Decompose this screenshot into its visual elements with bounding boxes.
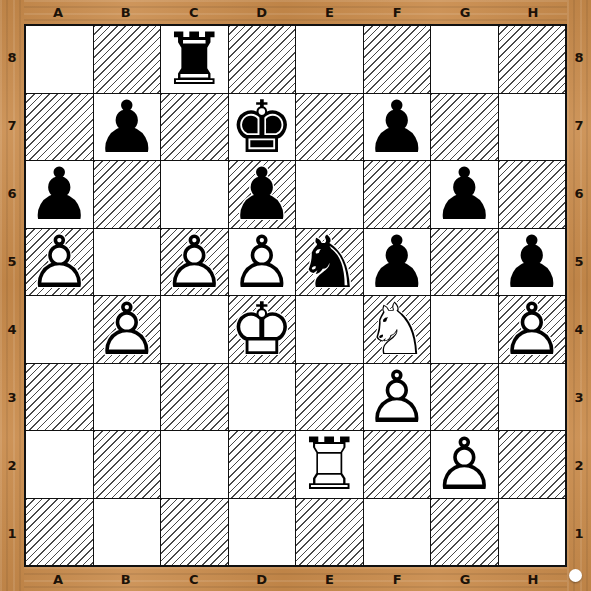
piece-black-pawn-d6[interactable]: ♟ xyxy=(229,161,296,228)
chess-diagram: { "game": "chess", "position": { "fen": … xyxy=(0,0,591,591)
rank-label-left-2: 2 xyxy=(0,431,24,499)
black-knight-glyph: ♞ xyxy=(297,226,362,298)
piece-black-pawn-f5[interactable]: ♟ xyxy=(364,229,431,296)
square-d7[interactable]: ♚ xyxy=(229,94,296,161)
file-label-bottom-g: G xyxy=(431,567,499,591)
square-e7[interactable] xyxy=(296,94,363,161)
file-labels-top: ABCDEFGH xyxy=(24,0,567,24)
piece-black-pawn-b7[interactable]: ♟ xyxy=(94,94,161,161)
square-a6[interactable]: ♟ xyxy=(26,161,93,228)
square-d3[interactable] xyxy=(229,364,296,431)
rank-label-right-1: 1 xyxy=(567,499,591,567)
rank-label-right-3: 3 xyxy=(567,363,591,431)
square-c7[interactable] xyxy=(161,94,228,161)
square-d2[interactable] xyxy=(229,431,296,498)
square-f8[interactable] xyxy=(364,26,431,93)
white-pawn-glyph: ♙ xyxy=(499,293,564,365)
square-e4[interactable] xyxy=(296,296,363,363)
rank-label-right-7: 7 xyxy=(567,92,591,160)
square-h3[interactable] xyxy=(499,364,566,431)
square-g6[interactable]: ♟ xyxy=(431,161,498,228)
square-h1[interactable] xyxy=(499,499,566,566)
file-labels-bottom: ABCDEFGH xyxy=(24,567,567,591)
square-b1[interactable] xyxy=(94,499,161,566)
square-a7[interactable] xyxy=(26,94,93,161)
file-label-top-f: F xyxy=(363,0,431,24)
rank-labels-left: 87654321 xyxy=(0,24,24,567)
square-e1[interactable] xyxy=(296,499,363,566)
square-g5[interactable] xyxy=(431,229,498,296)
square-b6[interactable] xyxy=(94,161,161,228)
black-pawn-glyph: ♟ xyxy=(364,91,429,163)
square-g7[interactable] xyxy=(431,94,498,161)
square-a3[interactable] xyxy=(26,364,93,431)
square-f5[interactable]: ♟ xyxy=(364,229,431,296)
square-a4[interactable] xyxy=(26,296,93,363)
rank-label-left-5: 5 xyxy=(0,228,24,296)
file-label-top-h: H xyxy=(499,0,567,24)
white-pawn-glyph: ♙ xyxy=(364,361,429,433)
black-rook-glyph: ♜ xyxy=(162,23,227,95)
chess-board: ♜♟♚♟♟♟♟♟♙♟♙♟♙♞♟♟♟♙♚♔♞♘♟♙♟♙♜♖♟♙ xyxy=(24,24,567,567)
square-e6[interactable] xyxy=(296,161,363,228)
square-g3[interactable] xyxy=(431,364,498,431)
piece-black-pawn-a6[interactable]: ♟ xyxy=(26,161,93,228)
square-g2[interactable]: ♟♙ xyxy=(431,431,498,498)
square-b2[interactable] xyxy=(94,431,161,498)
square-f4[interactable]: ♞♘ xyxy=(364,296,431,363)
square-b5[interactable] xyxy=(94,229,161,296)
piece-white-pawn-a5[interactable]: ♟♙ xyxy=(26,229,93,296)
rank-label-right-6: 6 xyxy=(567,160,591,228)
square-g4[interactable] xyxy=(431,296,498,363)
square-f6[interactable] xyxy=(364,161,431,228)
square-c1[interactable] xyxy=(161,499,228,566)
rank-label-right-4: 4 xyxy=(567,296,591,364)
square-h8[interactable] xyxy=(499,26,566,93)
piece-white-king-d4[interactable]: ♚♔ xyxy=(229,296,296,363)
square-b4[interactable]: ♟♙ xyxy=(94,296,161,363)
piece-black-pawn-f7[interactable]: ♟ xyxy=(364,94,431,161)
file-label-bottom-c: C xyxy=(160,567,228,591)
white-to-move-indicator-dot xyxy=(569,569,582,582)
square-d4[interactable]: ♚♔ xyxy=(229,296,296,363)
square-d1[interactable] xyxy=(229,499,296,566)
square-h7[interactable] xyxy=(499,94,566,161)
file-label-top-c: C xyxy=(160,0,228,24)
square-c4[interactable] xyxy=(161,296,228,363)
square-b8[interactable] xyxy=(94,26,161,93)
piece-white-pawn-c5[interactable]: ♟♙ xyxy=(161,229,228,296)
square-e2[interactable]: ♜♖ xyxy=(296,431,363,498)
file-label-bottom-d: D xyxy=(228,567,296,591)
square-c6[interactable] xyxy=(161,161,228,228)
rank-label-left-6: 6 xyxy=(0,160,24,228)
piece-black-pawn-g6[interactable]: ♟ xyxy=(431,161,498,228)
file-label-bottom-f: F xyxy=(363,567,431,591)
piece-white-pawn-d5[interactable]: ♟♙ xyxy=(229,229,296,296)
white-king-glyph: ♔ xyxy=(229,293,294,365)
file-label-bottom-a: A xyxy=(24,567,92,591)
square-b3[interactable] xyxy=(94,364,161,431)
file-label-top-d: D xyxy=(228,0,296,24)
square-e3[interactable] xyxy=(296,364,363,431)
black-pawn-glyph: ♟ xyxy=(94,91,159,163)
rank-label-left-1: 1 xyxy=(0,499,24,567)
white-pawn-glyph: ♙ xyxy=(432,428,497,500)
square-d8[interactable] xyxy=(229,26,296,93)
square-c3[interactable] xyxy=(161,364,228,431)
piece-black-king-d7[interactable]: ♚ xyxy=(229,94,296,161)
rank-label-left-7: 7 xyxy=(0,92,24,160)
piece-white-rook-e2[interactable]: ♜♖ xyxy=(296,431,363,498)
square-d5[interactable]: ♟♙ xyxy=(229,229,296,296)
file-label-bottom-b: B xyxy=(92,567,160,591)
rank-label-left-3: 3 xyxy=(0,363,24,431)
piece-white-pawn-g2[interactable]: ♟♙ xyxy=(431,431,498,498)
square-h6[interactable] xyxy=(499,161,566,228)
white-pawn-glyph: ♙ xyxy=(27,226,92,298)
file-label-top-a: A xyxy=(24,0,92,24)
rank-label-left-4: 4 xyxy=(0,296,24,364)
square-f1[interactable] xyxy=(364,499,431,566)
square-h5[interactable]: ♟ xyxy=(499,229,566,296)
square-c2[interactable] xyxy=(161,431,228,498)
square-g8[interactable] xyxy=(431,26,498,93)
square-g1[interactable] xyxy=(431,499,498,566)
rank-labels-right: 87654321 xyxy=(567,24,591,567)
rank-label-right-2: 2 xyxy=(567,431,591,499)
square-a5[interactable]: ♟♙ xyxy=(26,229,93,296)
square-c5[interactable]: ♟♙ xyxy=(161,229,228,296)
piece-white-knight-f4[interactable]: ♞♘ xyxy=(364,296,431,363)
file-label-bottom-e: E xyxy=(296,567,364,591)
piece-white-pawn-b4[interactable]: ♟♙ xyxy=(94,296,161,363)
square-f3[interactable]: ♟♙ xyxy=(364,364,431,431)
white-rook-glyph: ♖ xyxy=(297,428,362,500)
square-d6[interactable]: ♟ xyxy=(229,161,296,228)
square-f2[interactable] xyxy=(364,431,431,498)
piece-black-knight-e5[interactable]: ♞ xyxy=(296,229,363,296)
square-e8[interactable] xyxy=(296,26,363,93)
file-label-top-b: B xyxy=(92,0,160,24)
square-b7[interactable]: ♟ xyxy=(94,94,161,161)
file-label-top-e: E xyxy=(296,0,364,24)
piece-black-rook-c8[interactable]: ♜ xyxy=(161,26,228,93)
white-pawn-glyph: ♙ xyxy=(162,226,227,298)
square-f7[interactable]: ♟ xyxy=(364,94,431,161)
file-label-top-g: G xyxy=(431,0,499,24)
square-a1[interactable] xyxy=(26,499,93,566)
rank-label-left-8: 8 xyxy=(0,24,24,92)
square-h2[interactable] xyxy=(499,431,566,498)
rank-label-right-8: 8 xyxy=(567,24,591,92)
piece-black-pawn-h5[interactable]: ♟ xyxy=(499,229,566,296)
black-pawn-glyph: ♟ xyxy=(432,158,497,230)
white-pawn-glyph: ♙ xyxy=(94,293,159,365)
square-h4[interactable]: ♟♙ xyxy=(499,296,566,363)
rank-label-right-5: 5 xyxy=(567,228,591,296)
square-e5[interactable]: ♞ xyxy=(296,229,363,296)
file-label-bottom-h: H xyxy=(499,567,567,591)
square-a8[interactable] xyxy=(26,26,93,93)
square-c8[interactable]: ♜ xyxy=(161,26,228,93)
square-a2[interactable] xyxy=(26,431,93,498)
piece-white-pawn-h4[interactable]: ♟♙ xyxy=(499,296,566,363)
piece-white-pawn-f3[interactable]: ♟♙ xyxy=(364,364,431,431)
